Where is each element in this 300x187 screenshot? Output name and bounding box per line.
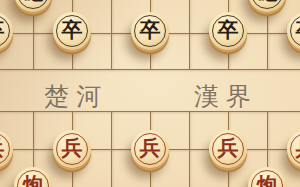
piece-black-soldier-file1[interactable]: 卒 [0, 12, 13, 50]
piece-character: 炮 [248, 166, 286, 187]
piece-black-soldier-file3[interactable]: 卒 [53, 12, 91, 50]
piece-character: 卒 [0, 11, 13, 49]
piece-red-soldier-file9[interactable]: 兵 [287, 130, 300, 168]
river-label-han-jie: 漢界 [194, 84, 258, 110]
piece-character: 兵 [53, 129, 91, 167]
piece-black-soldier-file7[interactable]: 卒 [209, 12, 247, 50]
xiangqi-board[interactable]: 楚河 漢界 砲砲卒卒卒卒卒兵兵兵兵兵炮炮 [0, 0, 300, 187]
piece-character: 卒 [209, 11, 247, 49]
river-label-chu-he: 楚河 [44, 84, 108, 110]
piece-black-soldier-file5[interactable]: 卒 [131, 12, 169, 50]
piece-character: 卒 [53, 11, 91, 49]
piece-character: 砲 [14, 0, 52, 11]
piece-red-cannon-file8[interactable]: 炮 [248, 167, 286, 187]
piece-character: 兵 [0, 129, 13, 167]
piece-character: 卒 [287, 11, 300, 49]
piece-red-soldier-file5[interactable]: 兵 [131, 130, 169, 168]
piece-character: 砲 [248, 0, 286, 11]
piece-black-soldier-file9[interactable]: 卒 [287, 12, 300, 50]
piece-character: 卒 [131, 11, 169, 49]
piece-character: 兵 [209, 129, 247, 167]
piece-character: 炮 [14, 166, 52, 187]
piece-black-cannon-file2[interactable]: 砲 [14, 0, 52, 12]
file-line [111, 0, 112, 69]
file-line [189, 111, 190, 187]
piece-character: 兵 [131, 129, 169, 167]
rank-line [0, 69, 300, 70]
piece-black-cannon-file8[interactable]: 砲 [248, 0, 286, 12]
piece-red-soldier-file1[interactable]: 兵 [0, 130, 13, 168]
piece-red-soldier-file3[interactable]: 兵 [53, 130, 91, 168]
file-line [111, 111, 112, 187]
file-line [189, 0, 190, 69]
piece-red-cannon-file2[interactable]: 炮 [14, 167, 52, 187]
piece-character: 兵 [287, 129, 300, 167]
piece-red-soldier-file7[interactable]: 兵 [209, 130, 247, 168]
